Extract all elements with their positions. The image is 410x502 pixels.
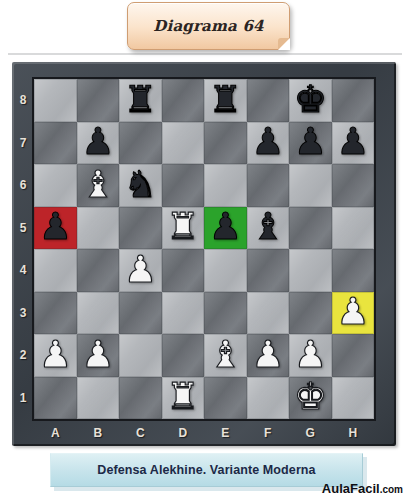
- white-pawn-f2: ♟: [251, 336, 284, 373]
- board-grid: ♜♜♚♟♟♟♟♝♞♟♜♟♝♟♟♟♟♝♟♟♜♚: [34, 79, 374, 419]
- square-b1: [77, 377, 120, 420]
- square-f3: [247, 292, 290, 335]
- square-h2: [332, 334, 375, 377]
- square-c6: ♞: [119, 164, 162, 207]
- square-c8: ♜: [119, 79, 162, 122]
- square-b6: ♝: [77, 164, 120, 207]
- square-f2: ♟: [247, 334, 290, 377]
- black-pawn-b7: ♟: [81, 123, 114, 160]
- opening-name: Defensa Alekhine. Variante Moderna: [97, 463, 315, 477]
- square-g4: [289, 249, 332, 292]
- square-e7: [204, 122, 247, 165]
- white-rook-d1: ♜: [166, 378, 199, 415]
- square-g3: [289, 292, 332, 335]
- square-b4: [77, 249, 120, 292]
- square-a4: [34, 249, 77, 292]
- square-e1: [204, 377, 247, 420]
- chess-board: 87654321 ABCDEFGH ♜♜♚♟♟♟♟♝♞♟♜♟♝♟♟♟♟♝♟♟♜♚: [12, 62, 396, 446]
- highlighted-square-a5: ♟: [34, 207, 77, 250]
- brand-suffix: .com: [380, 484, 403, 495]
- square-e3: [204, 292, 247, 335]
- square-h8: [332, 79, 375, 122]
- file-label-e: E: [204, 419, 247, 446]
- site-branding: AulaFacil .com: [322, 481, 403, 496]
- black-pawn-g7: ♟: [294, 123, 327, 160]
- square-c1: [119, 377, 162, 420]
- white-pawn-b2: ♟: [81, 336, 114, 373]
- rank-label-5: 5: [12, 207, 34, 250]
- square-g8: ♚: [289, 79, 332, 122]
- white-pawn-h3: ♟: [336, 293, 369, 330]
- white-pawn-c4: ♟: [124, 251, 157, 288]
- square-d7: [162, 122, 205, 165]
- white-rook-d5: ♜: [166, 208, 199, 245]
- black-rook-c8: ♜: [124, 81, 157, 118]
- rank-label-7: 7: [12, 122, 34, 165]
- square-c2: [119, 334, 162, 377]
- square-e2: ♝: [204, 334, 247, 377]
- file-label-g: G: [289, 419, 332, 446]
- square-g1: ♚: [289, 377, 332, 420]
- square-e8: ♜: [204, 79, 247, 122]
- file-label-b: B: [77, 419, 120, 446]
- square-h1: [332, 377, 375, 420]
- rank-label-1: 1: [12, 377, 34, 420]
- file-label-f: F: [247, 419, 290, 446]
- square-f7: ♟: [247, 122, 290, 165]
- square-a7: [34, 122, 77, 165]
- white-pawn-a2: ♟: [39, 336, 72, 373]
- rank-label-3: 3: [12, 292, 34, 335]
- square-b5: [77, 207, 120, 250]
- square-e6: [204, 164, 247, 207]
- file-label-c: C: [119, 419, 162, 446]
- black-bishop-f5: ♝: [251, 208, 284, 245]
- rank-label-8: 8: [12, 79, 34, 122]
- file-label-a: A: [34, 419, 77, 446]
- square-a3: [34, 292, 77, 335]
- file-label-h: H: [332, 419, 375, 446]
- white-king-g1: ♚: [294, 378, 327, 415]
- square-c5: [119, 207, 162, 250]
- square-g2: ♟: [289, 334, 332, 377]
- square-h4: [332, 249, 375, 292]
- square-a8: [34, 79, 77, 122]
- square-c7: [119, 122, 162, 165]
- white-bishop-e2: ♝: [209, 336, 242, 373]
- caption-banner: Defensa Alekhine. Variante Moderna: [50, 453, 363, 487]
- black-pawn-e5: ♟: [209, 208, 242, 245]
- square-f6: [247, 164, 290, 207]
- highlighted-square-h3: ♟: [332, 292, 375, 335]
- square-b3: [77, 292, 120, 335]
- square-h5: [332, 207, 375, 250]
- title-banner: Diagrama 64: [127, 2, 290, 50]
- square-d3: [162, 292, 205, 335]
- brand-name: AulaFacil: [322, 481, 380, 496]
- rank-labels: 87654321: [12, 79, 34, 419]
- square-b2: ♟: [77, 334, 120, 377]
- rank-label-6: 6: [12, 164, 34, 207]
- black-pawn-f7: ♟: [251, 123, 284, 160]
- square-b8: [77, 79, 120, 122]
- white-bishop-b6: ♝: [81, 166, 114, 203]
- black-rook-e8: ♜: [209, 81, 242, 118]
- file-label-d: D: [162, 419, 205, 446]
- square-d5: ♜: [162, 207, 205, 250]
- square-g7: ♟: [289, 122, 332, 165]
- square-d4: [162, 249, 205, 292]
- file-labels: ABCDEFGH: [34, 419, 374, 446]
- square-f1: [247, 377, 290, 420]
- square-h7: ♟: [332, 122, 375, 165]
- black-pawn-h7: ♟: [336, 123, 369, 160]
- rank-label-4: 4: [12, 249, 34, 292]
- white-pawn-g2: ♟: [294, 336, 327, 373]
- divider-line: [8, 53, 402, 55]
- square-e4: [204, 249, 247, 292]
- square-f5: ♝: [247, 207, 290, 250]
- highlighted-square-e5: ♟: [204, 207, 247, 250]
- square-a1: [34, 377, 77, 420]
- black-pawn-a5: ♟: [39, 208, 72, 245]
- page: Diagrama 64 87654321 ABCDEFGH ♜♜♚♟♟♟♟♝♞♟…: [0, 0, 410, 502]
- square-d6: [162, 164, 205, 207]
- square-f8: [247, 79, 290, 122]
- square-d8: [162, 79, 205, 122]
- square-c4: ♟: [119, 249, 162, 292]
- diagram-title: Diagrama 64: [153, 17, 263, 35]
- black-king-g8: ♚: [294, 81, 327, 118]
- square-f4: [247, 249, 290, 292]
- square-c3: [119, 292, 162, 335]
- square-b7: ♟: [77, 122, 120, 165]
- rank-label-2: 2: [12, 334, 34, 377]
- square-h6: [332, 164, 375, 207]
- black-knight-c6: ♞: [124, 166, 157, 203]
- square-g5: [289, 207, 332, 250]
- square-a2: ♟: [34, 334, 77, 377]
- square-d2: [162, 334, 205, 377]
- square-g6: [289, 164, 332, 207]
- square-a6: [34, 164, 77, 207]
- square-d1: ♜: [162, 377, 205, 420]
